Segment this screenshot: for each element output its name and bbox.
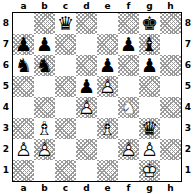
square-c4[interactable] [55,97,76,118]
rank-label-6: 6 [0,55,12,76]
black-piece-glyph: ♟ [97,55,118,76]
square-h3[interactable] [160,118,181,139]
piece-white-pawn[interactable]: ♟♙ [139,139,160,160]
square-c2[interactable] [55,139,76,160]
square-g5[interactable] [139,76,160,97]
square-h6[interactable] [160,55,181,76]
file-label-e: e [97,182,118,194]
black-piece-glyph: ♟ [13,34,34,55]
piece-black-pawn[interactable]: ♟ [97,55,118,76]
square-h4[interactable] [160,97,181,118]
square-e4[interactable] [97,97,118,118]
rank-label-3: 3 [0,118,12,139]
square-c3[interactable] [55,118,76,139]
file-label-h: h [160,182,181,194]
white-piece-outline: ♙ [139,139,160,160]
piece-white-pawn[interactable]: ♟♙ [76,97,97,118]
square-b7[interactable]: ♟ [34,34,55,55]
black-piece-glyph: ♟ [139,55,160,76]
square-d2[interactable] [76,139,97,160]
square-b4[interactable] [34,97,55,118]
square-c8[interactable]: ♛ [55,13,76,34]
piece-black-king[interactable]: ♚ [139,13,160,34]
square-e2[interactable] [97,139,118,160]
square-b1[interactable] [34,160,55,181]
square-g3[interactable]: ♛ [139,118,160,139]
piece-black-queen[interactable]: ♛ [139,118,160,139]
square-a6[interactable]: ♞ [13,55,34,76]
square-a4[interactable] [13,97,34,118]
white-piece-outline: ♙ [118,139,139,160]
black-piece-glyph: ♟ [34,34,55,55]
file-label-g: g [139,182,160,194]
square-b5[interactable] [34,76,55,97]
square-b8[interactable] [34,13,55,34]
piece-black-pawn[interactable]: ♟ [13,34,34,55]
piece-black-pawn[interactable]: ♟ [76,76,97,97]
square-b3[interactable]: ♝♗ [34,118,55,139]
file-label-d: d [76,182,97,194]
square-h5[interactable] [160,76,181,97]
square-d5[interactable]: ♟ [76,76,97,97]
square-g7[interactable]: ♝ [139,34,160,55]
square-f3[interactable] [118,118,139,139]
file-label-h: h [160,0,181,12]
square-e5[interactable]: ♟♙ [97,76,118,97]
file-label-c: c [55,0,76,12]
square-d8[interactable] [76,13,97,34]
piece-black-pawn[interactable]: ♟ [139,55,160,76]
square-c5[interactable] [55,76,76,97]
square-g1[interactable]: ♚♔ [139,160,160,181]
black-piece-glyph: ♟ [76,76,97,97]
square-h2[interactable] [160,139,181,160]
square-h8[interactable] [160,13,181,34]
rank-label-1: 1 [0,160,12,181]
square-d6[interactable] [76,55,97,76]
square-g4[interactable] [139,97,160,118]
square-h1[interactable] [160,160,181,181]
file-label-c: c [55,182,76,194]
square-d4[interactable]: ♟♙ [76,97,97,118]
white-piece-outline: ♙ [97,76,118,97]
black-piece-glyph: ♟ [118,34,139,55]
square-d3[interactable] [76,118,97,139]
square-g8[interactable]: ♚ [139,13,160,34]
square-e6[interactable]: ♟ [97,55,118,76]
file-label-f: f [118,0,139,12]
white-piece-outline: ♙ [34,139,55,160]
square-g2[interactable]: ♟♙ [139,139,160,160]
square-c7[interactable] [55,34,76,55]
rank-label-5: 5 [182,76,194,97]
file-label-e: e [97,0,118,12]
square-a2[interactable]: ♟♙ [13,139,34,160]
white-piece-outline: ♙ [13,139,34,160]
rank-labels-right: 87654321 [182,12,194,182]
piece-black-bishop[interactable]: ♝ [139,34,160,55]
piece-white-pawn[interactable]: ♟♙ [118,139,139,160]
piece-black-knight[interactable]: ♞ [34,55,55,76]
square-b2[interactable]: ♟♙ [34,139,55,160]
black-piece-glyph: ♞ [34,55,55,76]
square-f7[interactable]: ♟ [118,34,139,55]
rank-label-8: 8 [182,13,194,34]
piece-black-pawn[interactable]: ♟ [118,34,139,55]
rank-label-7: 7 [0,34,12,55]
file-label-f: f [118,182,139,194]
square-g6[interactable]: ♟ [139,55,160,76]
square-f6[interactable] [118,55,139,76]
piece-white-bishop[interactable]: ♝♗ [97,118,118,139]
rank-label-4: 4 [182,97,194,118]
piece-white-bishop[interactable]: ♝♗ [34,118,55,139]
file-label-b: b [34,0,55,12]
file-label-d: d [76,0,97,12]
square-f1[interactable] [118,160,139,181]
chess-board: ♛♚♟♟♟♝♞♞♟♟♟♟♙♟♙♞♘♝♗♝♗♛♟♙♟♙♟♙♟♙♚♔ [12,12,182,182]
square-f8[interactable] [118,13,139,34]
white-piece-outline: ♘ [118,97,139,118]
rank-label-6: 6 [182,55,194,76]
square-e8[interactable] [97,13,118,34]
piece-white-pawn[interactable]: ♟♙ [97,76,118,97]
piece-white-pawn[interactable]: ♟♙ [13,139,34,160]
square-a1[interactable] [13,160,34,181]
piece-black-knight[interactable]: ♞ [13,55,34,76]
file-label-a: a [13,0,34,12]
square-e1[interactable] [97,160,118,181]
square-a3[interactable] [13,118,34,139]
piece-black-pawn[interactable]: ♟ [34,34,55,55]
square-c6[interactable] [55,55,76,76]
rank-label-2: 2 [182,139,194,160]
file-label-a: a [13,182,34,194]
chess-diagram: abcdefgh 87654321 ♛♚♟♟♟♝♞♞♟♟♟♟♙♟♙♞♘♝♗♝♗♛… [0,0,194,194]
black-piece-glyph: ♚ [139,13,160,34]
square-f4[interactable]: ♞♘ [118,97,139,118]
square-d1[interactable] [76,160,97,181]
square-e3[interactable]: ♝♗ [97,118,118,139]
square-f5[interactable] [118,76,139,97]
square-b6[interactable]: ♞ [34,55,55,76]
rank-label-5: 5 [0,76,12,97]
rank-label-2: 2 [0,139,12,160]
piece-black-queen[interactable]: ♛ [55,13,76,34]
square-h7[interactable] [160,34,181,55]
white-piece-outline: ♙ [76,97,97,118]
black-piece-glyph: ♛ [55,13,76,34]
white-piece-outline: ♔ [139,160,160,181]
black-piece-glyph: ♛ [139,118,160,139]
square-a8[interactable] [13,13,34,34]
black-piece-glyph: ♝ [139,34,160,55]
file-labels-top: abcdefgh [13,0,194,12]
square-a5[interactable] [13,76,34,97]
square-d7[interactable] [76,34,97,55]
white-piece-outline: ♗ [97,118,118,139]
rank-label-4: 4 [0,97,12,118]
square-f2[interactable]: ♟♙ [118,139,139,160]
rank-labels-left: 87654321 [0,12,12,182]
file-labels-bottom: abcdefgh [13,182,194,194]
file-label-g: g [139,0,160,12]
rank-label-8: 8 [0,13,12,34]
rank-label-1: 1 [182,160,194,181]
white-piece-outline: ♗ [34,118,55,139]
piece-white-pawn[interactable]: ♟♙ [34,139,55,160]
black-piece-glyph: ♞ [13,55,34,76]
rank-label-7: 7 [182,34,194,55]
piece-white-king[interactable]: ♚♔ [139,160,160,181]
file-label-b: b [34,182,55,194]
square-e7[interactable] [97,34,118,55]
rank-label-3: 3 [182,118,194,139]
square-c1[interactable] [55,160,76,181]
piece-white-knight[interactable]: ♞♘ [118,97,139,118]
square-a7[interactable]: ♟ [13,34,34,55]
